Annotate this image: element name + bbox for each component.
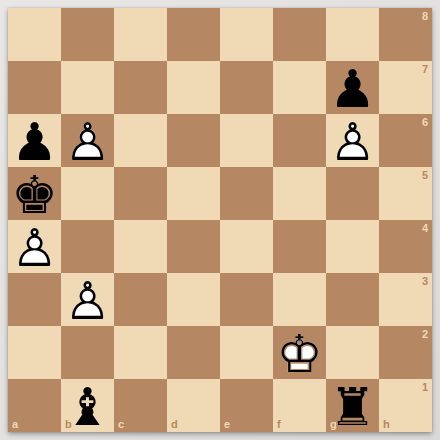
square-e2[interactable] — [220, 326, 273, 379]
square-g5[interactable] — [326, 167, 379, 220]
square-h4[interactable]: 4 — [379, 220, 432, 273]
piece-outline: ♙ — [8, 220, 61, 273]
black-rook-icon[interactable]: ♜ — [326, 379, 379, 432]
square-g2[interactable] — [326, 326, 379, 379]
black-pawn-icon[interactable]: ♟ — [8, 114, 61, 167]
square-a2[interactable] — [8, 326, 61, 379]
rank-label-4: 4 — [422, 223, 428, 234]
file-label-h: h — [383, 419, 390, 430]
square-f1[interactable]: f — [273, 379, 326, 432]
square-d7[interactable] — [167, 61, 220, 114]
piece-outline: ♙ — [61, 114, 114, 167]
square-a5[interactable]: ♚ — [8, 167, 61, 220]
square-h7[interactable]: 7 — [379, 61, 432, 114]
square-c7[interactable] — [114, 61, 167, 114]
square-h8[interactable]: 8 — [379, 8, 432, 61]
file-label-f: f — [277, 419, 281, 430]
rank-label-5: 5 — [422, 170, 428, 181]
piece-fill: ♝ — [61, 379, 114, 432]
square-f3[interactable] — [273, 273, 326, 326]
square-c6[interactable] — [114, 114, 167, 167]
square-d4[interactable] — [167, 220, 220, 273]
square-f6[interactable] — [273, 114, 326, 167]
square-d3[interactable] — [167, 273, 220, 326]
square-c5[interactable] — [114, 167, 167, 220]
square-h6[interactable]: 6 — [379, 114, 432, 167]
white-pawn-icon[interactable]: ♟♙ — [61, 114, 114, 167]
square-b1[interactable]: b♝ — [61, 379, 114, 432]
piece-fill: ♟ — [326, 114, 379, 167]
piece-fill: ♟ — [61, 114, 114, 167]
square-c3[interactable] — [114, 273, 167, 326]
square-e3[interactable] — [220, 273, 273, 326]
black-king-icon[interactable]: ♚ — [8, 167, 61, 220]
square-e7[interactable] — [220, 61, 273, 114]
rank-label-6: 6 — [422, 117, 428, 128]
square-g1[interactable]: g♜ — [326, 379, 379, 432]
square-b7[interactable] — [61, 61, 114, 114]
piece-fill: ♟ — [326, 61, 379, 114]
square-a8[interactable] — [8, 8, 61, 61]
white-pawn-icon[interactable]: ♟♙ — [8, 220, 61, 273]
square-e8[interactable] — [220, 8, 273, 61]
square-a1[interactable]: a — [8, 379, 61, 432]
piece-fill: ♟ — [8, 220, 61, 273]
chess-board: 8♟7♟♟♙♟♙6♚5♟♙4♟♙3♚♔2ab♝cdefg♜1h — [8, 8, 432, 432]
white-pawn-icon[interactable]: ♟♙ — [61, 273, 114, 326]
square-g8[interactable] — [326, 8, 379, 61]
piece-fill: ♟ — [8, 114, 61, 167]
white-pawn-icon[interactable]: ♟♙ — [326, 114, 379, 167]
file-label-c: c — [118, 419, 124, 430]
square-f4[interactable] — [273, 220, 326, 273]
square-f8[interactable] — [273, 8, 326, 61]
square-g6[interactable]: ♟♙ — [326, 114, 379, 167]
piece-outline: ♙ — [326, 114, 379, 167]
square-e5[interactable] — [220, 167, 273, 220]
square-h1[interactable]: 1h — [379, 379, 432, 432]
square-a7[interactable] — [8, 61, 61, 114]
square-g3[interactable] — [326, 273, 379, 326]
square-e1[interactable]: e — [220, 379, 273, 432]
file-label-a: a — [12, 419, 18, 430]
square-f5[interactable] — [273, 167, 326, 220]
square-b5[interactable] — [61, 167, 114, 220]
white-king-icon[interactable]: ♚♔ — [273, 326, 326, 379]
square-c4[interactable] — [114, 220, 167, 273]
rank-label-2: 2 — [422, 329, 428, 340]
square-h3[interactable]: 3 — [379, 273, 432, 326]
piece-fill: ♟ — [61, 273, 114, 326]
square-f7[interactable] — [273, 61, 326, 114]
piece-fill: ♚ — [8, 167, 61, 220]
square-c1[interactable]: c — [114, 379, 167, 432]
rank-label-8: 8 — [422, 11, 428, 22]
square-c8[interactable] — [114, 8, 167, 61]
square-c2[interactable] — [114, 326, 167, 379]
square-a6[interactable]: ♟ — [8, 114, 61, 167]
square-d8[interactable] — [167, 8, 220, 61]
square-h2[interactable]: 2 — [379, 326, 432, 379]
piece-fill: ♜ — [326, 379, 379, 432]
square-d1[interactable]: d — [167, 379, 220, 432]
square-e4[interactable] — [220, 220, 273, 273]
square-b4[interactable] — [61, 220, 114, 273]
file-label-e: e — [224, 419, 230, 430]
square-d6[interactable] — [167, 114, 220, 167]
square-b6[interactable]: ♟♙ — [61, 114, 114, 167]
black-bishop-icon[interactable]: ♝ — [61, 379, 114, 432]
square-e6[interactable] — [220, 114, 273, 167]
piece-outline: ♙ — [61, 273, 114, 326]
piece-outline: ♔ — [273, 326, 326, 379]
square-g7[interactable]: ♟ — [326, 61, 379, 114]
piece-fill: ♚ — [273, 326, 326, 379]
square-b2[interactable] — [61, 326, 114, 379]
rank-label-1: 1 — [422, 382, 428, 393]
rank-label-7: 7 — [422, 64, 428, 75]
square-g4[interactable] — [326, 220, 379, 273]
page: { "game": "chess", "position": { "fen": … — [0, 0, 440, 440]
square-b3[interactable]: ♟♙ — [61, 273, 114, 326]
square-a3[interactable] — [8, 273, 61, 326]
square-b8[interactable] — [61, 8, 114, 61]
square-h5[interactable]: 5 — [379, 167, 432, 220]
square-a4[interactable]: ♟♙ — [8, 220, 61, 273]
file-label-d: d — [171, 419, 178, 430]
black-pawn-icon[interactable]: ♟ — [326, 61, 379, 114]
rank-label-3: 3 — [422, 276, 428, 287]
square-d2[interactable] — [167, 326, 220, 379]
square-f2[interactable]: ♚♔ — [273, 326, 326, 379]
square-d5[interactable] — [167, 167, 220, 220]
